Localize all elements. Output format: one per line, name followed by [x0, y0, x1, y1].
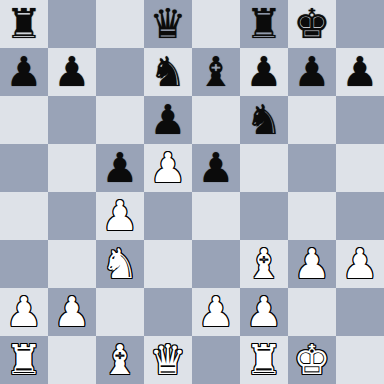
square-f4[interactable]: [240, 192, 288, 240]
piece-black-rook-a8[interactable]: ♜: [6, 0, 43, 48]
piece-black-pawn-h7[interactable]: ♟: [342, 48, 379, 96]
square-g6[interactable]: [288, 96, 336, 144]
square-b4[interactable]: [48, 192, 96, 240]
piece-black-pawn-a7[interactable]: ♟: [6, 48, 43, 96]
square-g7[interactable]: ♟: [288, 48, 336, 96]
piece-black-queen-d8[interactable]: ♛: [150, 0, 187, 48]
square-e2[interactable]: ♟: [192, 288, 240, 336]
square-a4[interactable]: [0, 192, 48, 240]
square-b6[interactable]: [48, 96, 96, 144]
piece-black-rook-f8[interactable]: ♜: [246, 0, 283, 48]
square-d3[interactable]: [144, 240, 192, 288]
square-e7[interactable]: ♝: [192, 48, 240, 96]
square-e4[interactable]: [192, 192, 240, 240]
piece-white-rook-f1[interactable]: ♜: [246, 336, 283, 384]
square-a5[interactable]: [0, 144, 48, 192]
square-a8[interactable]: ♜: [0, 0, 48, 48]
piece-white-pawn-b2[interactable]: ♟: [54, 288, 91, 336]
square-b5[interactable]: [48, 144, 96, 192]
piece-white-pawn-g3[interactable]: ♟: [294, 240, 331, 288]
square-a6[interactable]: [0, 96, 48, 144]
chess-board-container: ♜♛♜♚♟♟♞♝♟♟♟♟♞♟♟♟♟♞♝♟♟♟♟♟♟♜♝♛♜♚: [0, 0, 384, 384]
square-h5[interactable]: [336, 144, 384, 192]
piece-white-queen-d1[interactable]: ♛: [150, 336, 187, 384]
square-f8[interactable]: ♜: [240, 0, 288, 48]
piece-black-knight-f6[interactable]: ♞: [246, 96, 283, 144]
square-g3[interactable]: ♟: [288, 240, 336, 288]
square-f6[interactable]: ♞: [240, 96, 288, 144]
square-h7[interactable]: ♟: [336, 48, 384, 96]
square-c3[interactable]: ♞: [96, 240, 144, 288]
square-c6[interactable]: [96, 96, 144, 144]
square-a3[interactable]: [0, 240, 48, 288]
piece-white-pawn-a2[interactable]: ♟: [6, 288, 43, 336]
square-f5[interactable]: [240, 144, 288, 192]
square-c1[interactable]: ♝: [96, 336, 144, 384]
square-d7[interactable]: ♞: [144, 48, 192, 96]
square-d8[interactable]: ♛: [144, 0, 192, 48]
piece-black-pawn-g7[interactable]: ♟: [294, 48, 331, 96]
square-e3[interactable]: [192, 240, 240, 288]
square-e8[interactable]: [192, 0, 240, 48]
square-b7[interactable]: ♟: [48, 48, 96, 96]
square-h6[interactable]: [336, 96, 384, 144]
square-e5[interactable]: ♟: [192, 144, 240, 192]
square-f7[interactable]: ♟: [240, 48, 288, 96]
piece-white-pawn-c4[interactable]: ♟: [102, 192, 139, 240]
piece-white-knight-c3[interactable]: ♞: [102, 240, 139, 288]
piece-black-pawn-e5[interactable]: ♟: [198, 144, 235, 192]
square-h3[interactable]: ♟: [336, 240, 384, 288]
square-d2[interactable]: [144, 288, 192, 336]
square-g4[interactable]: [288, 192, 336, 240]
square-g8[interactable]: ♚: [288, 0, 336, 48]
square-h4[interactable]: [336, 192, 384, 240]
square-g2[interactable]: [288, 288, 336, 336]
square-a1[interactable]: ♜: [0, 336, 48, 384]
square-e1[interactable]: [192, 336, 240, 384]
square-b2[interactable]: ♟: [48, 288, 96, 336]
square-c2[interactable]: [96, 288, 144, 336]
piece-black-bishop-e7[interactable]: ♝: [198, 48, 235, 96]
square-c5[interactable]: ♟: [96, 144, 144, 192]
square-c4[interactable]: ♟: [96, 192, 144, 240]
piece-white-pawn-d5[interactable]: ♟: [150, 144, 187, 192]
piece-black-knight-d7[interactable]: ♞: [150, 48, 187, 96]
square-c8[interactable]: [96, 0, 144, 48]
square-b1[interactable]: [48, 336, 96, 384]
square-d4[interactable]: [144, 192, 192, 240]
piece-white-bishop-c1[interactable]: ♝: [102, 336, 139, 384]
square-h8[interactable]: [336, 0, 384, 48]
piece-white-pawn-h3[interactable]: ♟: [342, 240, 379, 288]
piece-white-rook-a1[interactable]: ♜: [6, 336, 43, 384]
square-f2[interactable]: ♟: [240, 288, 288, 336]
square-d6[interactable]: ♟: [144, 96, 192, 144]
square-g1[interactable]: ♚: [288, 336, 336, 384]
square-b8[interactable]: [48, 0, 96, 48]
piece-white-king-g1[interactable]: ♚: [294, 336, 331, 384]
square-f1[interactable]: ♜: [240, 336, 288, 384]
piece-white-bishop-f3[interactable]: ♝: [246, 240, 283, 288]
square-a7[interactable]: ♟: [0, 48, 48, 96]
piece-black-pawn-f7[interactable]: ♟: [246, 48, 283, 96]
square-h2[interactable]: [336, 288, 384, 336]
piece-white-pawn-e2[interactable]: ♟: [198, 288, 235, 336]
piece-black-pawn-d6[interactable]: ♟: [150, 96, 187, 144]
square-c7[interactable]: [96, 48, 144, 96]
square-d5[interactable]: ♟: [144, 144, 192, 192]
piece-black-pawn-b7[interactable]: ♟: [54, 48, 91, 96]
square-h1[interactable]: [336, 336, 384, 384]
piece-black-pawn-c5[interactable]: ♟: [102, 144, 139, 192]
square-f3[interactable]: ♝: [240, 240, 288, 288]
square-a2[interactable]: ♟: [0, 288, 48, 336]
square-d1[interactable]: ♛: [144, 336, 192, 384]
square-e6[interactable]: [192, 96, 240, 144]
piece-black-king-g8[interactable]: ♚: [294, 0, 331, 48]
square-b3[interactable]: [48, 240, 96, 288]
square-g5[interactable]: [288, 144, 336, 192]
chess-board: ♜♛♜♚♟♟♞♝♟♟♟♟♞♟♟♟♟♞♝♟♟♟♟♟♟♜♝♛♜♚: [0, 0, 384, 384]
piece-white-pawn-f2[interactable]: ♟: [246, 288, 283, 336]
